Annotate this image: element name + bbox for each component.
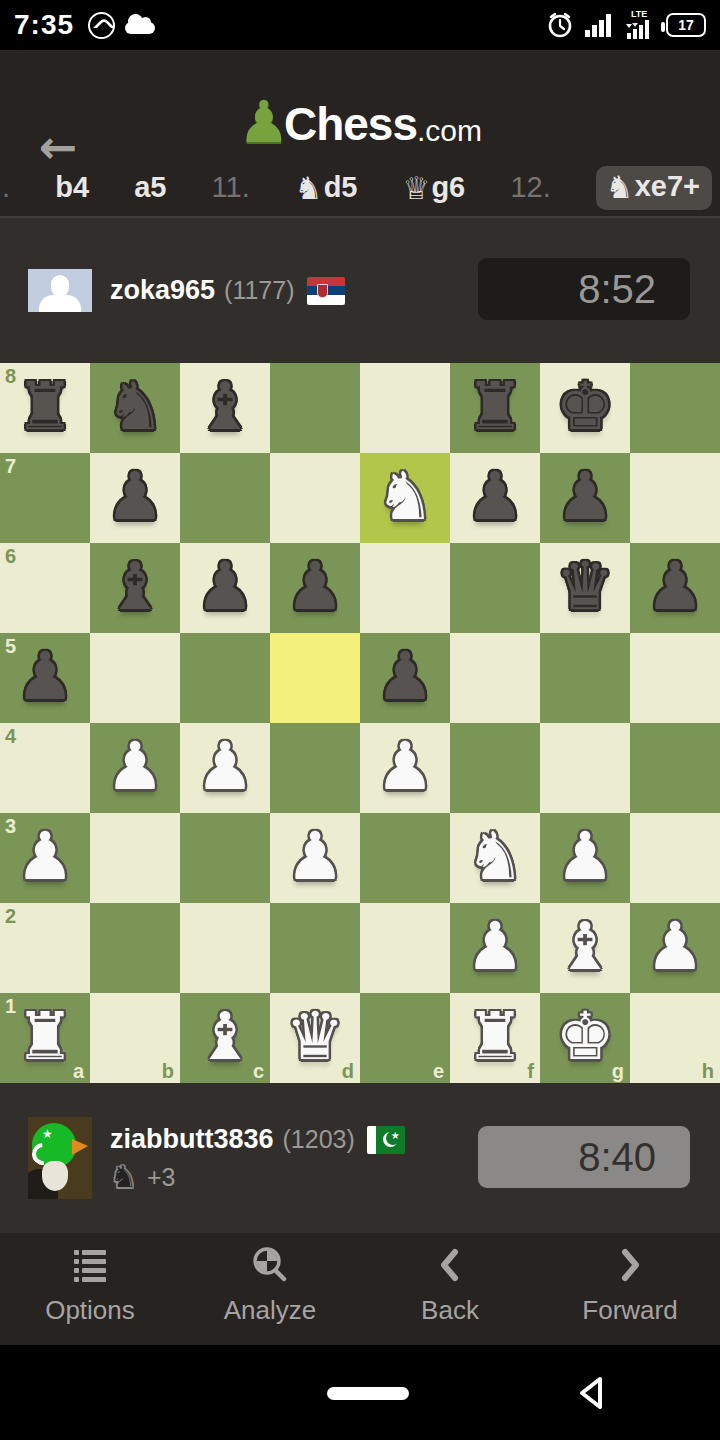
- square-b7[interactable]: ♟: [90, 453, 180, 543]
- square-f2[interactable]: ♟: [450, 903, 540, 993]
- white-pawn-e4[interactable]: ♟: [360, 723, 450, 813]
- player-clock: 8:40: [478, 1126, 690, 1188]
- square-b1[interactable]: b: [90, 993, 180, 1083]
- black-pawn-c6[interactable]: ♟: [180, 543, 270, 633]
- player-username[interactable]: ziabbutt3836: [110, 1124, 274, 1155]
- move-number: .: [2, 171, 10, 204]
- black-pawn-a5[interactable]: ♟: [0, 633, 90, 723]
- analyze-magnifier-icon: [250, 1245, 290, 1285]
- white-pawn-a3[interactable]: ♟: [0, 813, 90, 903]
- white-pawn-f2[interactable]: ♟: [450, 903, 540, 993]
- forward-label: Forward: [582, 1295, 677, 1326]
- app-header: ← ♟ Chess .com: [0, 50, 720, 165]
- black-rook-a8[interactable]: ♜: [0, 363, 90, 453]
- square-d7[interactable]: [270, 453, 360, 543]
- square-e5[interactable]: ♟: [360, 633, 450, 723]
- black-pawn-b7[interactable]: ♟: [90, 453, 180, 543]
- square-b8[interactable]: ♞: [90, 363, 180, 453]
- black-pawn-g7[interactable]: ♟: [540, 453, 630, 543]
- square-f4[interactable]: [450, 723, 540, 813]
- square-h3[interactable]: [630, 813, 720, 903]
- move-number: 12.: [510, 171, 550, 204]
- black-rook-f8[interactable]: ♜: [450, 363, 540, 453]
- square-f7[interactable]: ♟: [450, 453, 540, 543]
- square-g8[interactable]: ♚: [540, 363, 630, 453]
- options-button[interactable]: Options: [0, 1233, 180, 1345]
- square-f5[interactable]: [450, 633, 540, 723]
- black-queen-g6[interactable]: ♛: [540, 543, 630, 633]
- move-item[interactable]: a5: [134, 171, 166, 204]
- serbia-flag-icon: [307, 277, 345, 305]
- back-move-button[interactable]: Back: [360, 1233, 540, 1345]
- square-c2[interactable]: [180, 903, 270, 993]
- square-d1[interactable]: d♛: [270, 993, 360, 1083]
- square-b3[interactable]: [90, 813, 180, 903]
- svg-text:LTE: LTE: [631, 9, 647, 19]
- square-h7[interactable]: [630, 453, 720, 543]
- move-item[interactable]: ♞xe7+: [596, 166, 712, 210]
- black-bishop-c8[interactable]: ♝: [180, 363, 270, 453]
- android-back-icon[interactable]: [572, 1371, 612, 1415]
- white-pawn-b4[interactable]: ♟: [90, 723, 180, 813]
- chess-board[interactable]: 8♜♞♝♜♚7♟♞♟♟6♝♟♟♛♟5♟♟4♟♟♟3♟♟♞♟2♟♝♟1a♜bc♝d…: [0, 363, 720, 1083]
- square-a7[interactable]: 7: [0, 453, 90, 543]
- square-g1[interactable]: g♚: [540, 993, 630, 1083]
- android-home-pill[interactable]: [327, 1387, 409, 1400]
- logo-text: Chess: [284, 97, 417, 151]
- captured-knight-icon: ♞: [110, 1162, 137, 1192]
- knight-icon: ♞: [295, 170, 323, 206]
- options-list-icon: [70, 1245, 110, 1285]
- square-g3[interactable]: ♟: [540, 813, 630, 903]
- chevron-left-icon: [430, 1245, 470, 1285]
- chevron-right-icon: [610, 1245, 650, 1285]
- square-g2[interactable]: ♝: [540, 903, 630, 993]
- square-b4[interactable]: ♟: [90, 723, 180, 813]
- square-d2[interactable]: [270, 903, 360, 993]
- square-a1[interactable]: 1a♜: [0, 993, 90, 1083]
- move-item[interactable]: ♞d5: [295, 170, 358, 206]
- square-d5[interactable]: [270, 633, 360, 723]
- captured-pieces-tray: ♞ +3: [110, 1162, 405, 1192]
- back-arrow-button[interactable]: ←: [30, 122, 86, 178]
- square-e2[interactable]: [360, 903, 450, 993]
- forward-move-button[interactable]: Forward: [540, 1233, 720, 1345]
- alarm-icon: [545, 10, 575, 40]
- move-item[interactable]: ♕g6: [403, 170, 466, 206]
- square-e3[interactable]: [360, 813, 450, 903]
- signal-bars-icon: [584, 11, 614, 39]
- black-knight-b8[interactable]: ♞: [90, 363, 180, 453]
- move-list-bar[interactable]: .b4a511.♞d5♕g612.♞xe7+: [0, 165, 720, 218]
- square-c1[interactable]: c♝: [180, 993, 270, 1083]
- move-number: 11.: [212, 171, 250, 204]
- rank-label-6: 6: [5, 546, 16, 566]
- square-a6[interactable]: 6: [0, 543, 90, 633]
- square-h8[interactable]: [630, 363, 720, 453]
- knight-icon: ♞: [606, 169, 634, 205]
- material-score: +3: [147, 1163, 176, 1192]
- white-bishop-g2[interactable]: ♝: [540, 903, 630, 993]
- black-pawn-e5[interactable]: ♟: [360, 633, 450, 723]
- lte-signal-icon: LTE: [623, 8, 657, 42]
- square-c5[interactable]: [180, 633, 270, 723]
- white-pawn-d3[interactable]: ♟: [270, 813, 360, 903]
- rank-label-7: 7: [5, 456, 16, 476]
- white-rook-a1[interactable]: ♜: [0, 993, 90, 1083]
- square-f6[interactable]: [450, 543, 540, 633]
- opponent-clock: 8:52: [478, 258, 690, 320]
- pakistan-flag-icon: ★: [367, 1126, 405, 1154]
- square-e6[interactable]: [360, 543, 450, 633]
- logo-pawn-icon: ♟: [238, 93, 290, 151]
- white-pawn-h2[interactable]: ♟: [630, 903, 720, 993]
- square-c7[interactable]: [180, 453, 270, 543]
- white-queen-d1[interactable]: ♛: [270, 993, 360, 1083]
- square-b6[interactable]: ♝: [90, 543, 180, 633]
- back-label: Back: [421, 1295, 479, 1326]
- square-c3[interactable]: [180, 813, 270, 903]
- square-a5[interactable]: 5♟: [0, 633, 90, 723]
- analyze-label: Analyze: [224, 1295, 317, 1326]
- white-rook-f1[interactable]: ♜: [450, 993, 540, 1083]
- square-e1[interactable]: e: [360, 993, 450, 1083]
- analyze-button[interactable]: Analyze: [180, 1233, 360, 1345]
- options-label: Options: [45, 1295, 135, 1326]
- chesscom-app-screen: 7:35 LTE: [0, 0, 720, 1440]
- queen-icon: ♕: [403, 170, 431, 206]
- square-a8[interactable]: 8♜: [0, 363, 90, 453]
- square-b2[interactable]: [90, 903, 180, 993]
- rank-label-4: 4: [5, 726, 16, 746]
- white-knight-f3[interactable]: ♞: [450, 813, 540, 903]
- file-label-b: b: [162, 1061, 174, 1081]
- opponent-username[interactable]: zoka965: [110, 275, 215, 306]
- clock-time: 7:35: [14, 9, 74, 41]
- square-h5[interactable]: [630, 633, 720, 723]
- square-e8[interactable]: [360, 363, 450, 453]
- black-pawn-h6[interactable]: ♟: [630, 543, 720, 633]
- battery-icon: 17: [666, 13, 706, 37]
- opponent-rating: (1177): [224, 276, 294, 305]
- square-h4[interactable]: [630, 723, 720, 813]
- square-b5[interactable]: [90, 633, 180, 723]
- square-a2[interactable]: 2: [0, 903, 90, 993]
- logo-suffix: .com: [417, 114, 482, 151]
- square-a3[interactable]: 3♟: [0, 813, 90, 903]
- square-f3[interactable]: ♞: [450, 813, 540, 903]
- rank-label-2: 2: [5, 906, 16, 926]
- square-d8[interactable]: [270, 363, 360, 453]
- black-bishop-b6[interactable]: ♝: [90, 543, 180, 633]
- file-label-h: h: [702, 1061, 714, 1081]
- chesscom-logo: ♟ Chess .com: [238, 93, 482, 151]
- android-nav-bar: [0, 1345, 720, 1440]
- square-h6[interactable]: ♟: [630, 543, 720, 633]
- square-g6[interactable]: ♛: [540, 543, 630, 633]
- square-f1[interactable]: f♜: [450, 993, 540, 1083]
- square-g4[interactable]: [540, 723, 630, 813]
- square-h1[interactable]: h: [630, 993, 720, 1083]
- square-e7[interactable]: ♞: [360, 453, 450, 543]
- square-d6[interactable]: ♟: [270, 543, 360, 633]
- square-a4[interactable]: 4: [0, 723, 90, 813]
- player-avatar[interactable]: ★: [28, 1117, 92, 1199]
- square-g7[interactable]: ♟: [540, 453, 630, 543]
- square-c8[interactable]: ♝: [180, 363, 270, 453]
- black-pawn-d6[interactable]: ♟: [270, 543, 360, 633]
- black-pawn-f7[interactable]: ♟: [450, 453, 540, 543]
- file-label-e: e: [433, 1061, 444, 1081]
- cloud-icon: [125, 22, 155, 34]
- square-g5[interactable]: [540, 633, 630, 723]
- player-rating: (1203): [283, 1125, 355, 1154]
- square-h2[interactable]: ♟: [630, 903, 720, 993]
- bottom-nav: Options Analyze Back: [0, 1233, 720, 1345]
- opponent-avatar[interactable]: [28, 269, 92, 312]
- battery-percent: 17: [678, 17, 694, 33]
- white-bishop-c1[interactable]: ♝: [180, 993, 270, 1083]
- status-bar: 7:35 LTE: [0, 0, 720, 50]
- opponent-panel: zoka965 (1177) 8:52: [0, 218, 720, 363]
- white-pawn-c4[interactable]: ♟: [180, 723, 270, 813]
- square-c6[interactable]: ♟: [180, 543, 270, 633]
- white-knight-e7[interactable]: ♞: [360, 453, 450, 543]
- black-king-g8[interactable]: ♚: [540, 363, 630, 453]
- square-c4[interactable]: ♟: [180, 723, 270, 813]
- square-d3[interactable]: ♟: [270, 813, 360, 903]
- whatsapp-notification-icon: [88, 12, 115, 39]
- square-f8[interactable]: ♜: [450, 363, 540, 453]
- square-d4[interactable]: [270, 723, 360, 813]
- square-e4[interactable]: ♟: [360, 723, 450, 813]
- white-king-g1[interactable]: ♚: [540, 993, 630, 1083]
- player-panel: ★ ziabbutt3836 (1203) ★ ♞ +3 8:40: [0, 1083, 720, 1233]
- white-pawn-g3[interactable]: ♟: [540, 813, 630, 903]
